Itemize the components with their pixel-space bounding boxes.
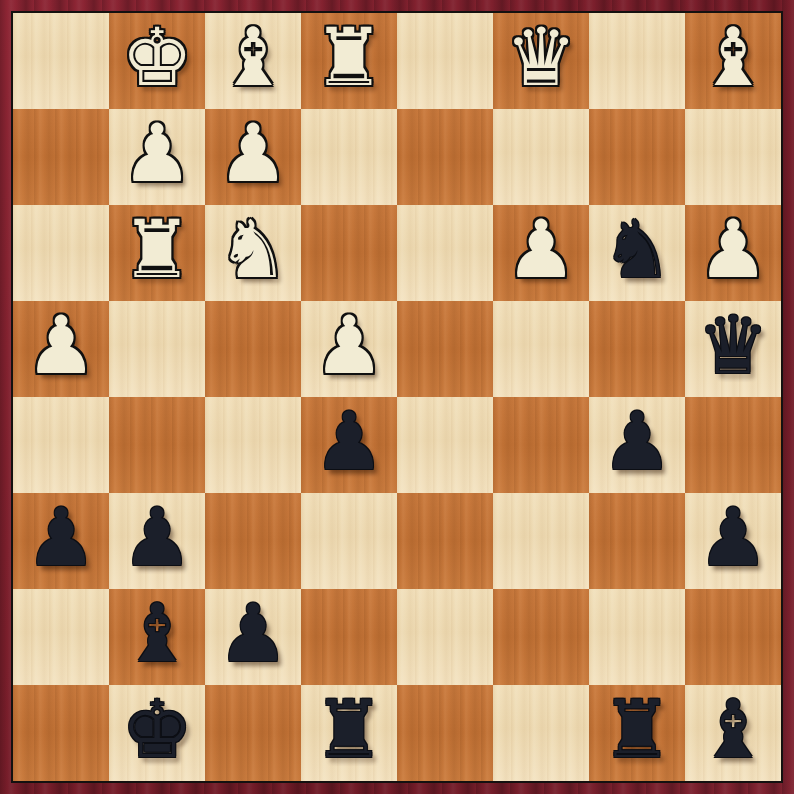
white-bishop: ♝ [217, 18, 289, 98]
white-rook: ♜ [121, 210, 193, 290]
square-d3[interactable] [397, 205, 493, 301]
black-bishop: ♝ [697, 690, 769, 770]
black-pawn: ♟ [25, 498, 97, 578]
white-king: ♚ [121, 18, 193, 98]
square-b2[interactable] [589, 109, 685, 205]
square-d8[interactable] [397, 685, 493, 781]
white-knight: ♞ [217, 210, 289, 290]
square-f3[interactable]: ♞ [205, 205, 301, 301]
square-a5[interactable] [685, 397, 781, 493]
square-d7[interactable] [397, 589, 493, 685]
square-g1[interactable]: ♚ [109, 13, 205, 109]
white-bishop: ♝ [697, 18, 769, 98]
chess-board: ♚♝♜♛♝♟♟♜♞♟♞♟♟♟♛♟♟♟♟♟♝♟♚♜♜♝ [11, 11, 783, 783]
black-rook: ♜ [313, 690, 385, 770]
board-frame: ♚♝♜♛♝♟♟♜♞♟♞♟♟♟♛♟♟♟♟♟♝♟♚♜♜♝ [0, 0, 794, 794]
square-f4[interactable] [205, 301, 301, 397]
square-b3[interactable]: ♞ [589, 205, 685, 301]
white-pawn: ♟ [313, 306, 385, 386]
square-d6[interactable] [397, 493, 493, 589]
black-rook: ♜ [601, 690, 673, 770]
square-f8[interactable] [205, 685, 301, 781]
square-g4[interactable] [109, 301, 205, 397]
black-knight: ♞ [601, 210, 673, 290]
square-h6[interactable]: ♟ [13, 493, 109, 589]
square-h8[interactable] [13, 685, 109, 781]
square-e8[interactable]: ♜ [301, 685, 397, 781]
square-e5[interactable]: ♟ [301, 397, 397, 493]
square-g3[interactable]: ♜ [109, 205, 205, 301]
white-pawn: ♟ [25, 306, 97, 386]
white-pawn: ♟ [217, 114, 289, 194]
square-f5[interactable] [205, 397, 301, 493]
square-h3[interactable] [13, 205, 109, 301]
black-pawn: ♟ [313, 402, 385, 482]
square-c8[interactable] [493, 685, 589, 781]
square-h2[interactable] [13, 109, 109, 205]
black-pawn: ♟ [601, 402, 673, 482]
square-g8[interactable]: ♚ [109, 685, 205, 781]
square-d1[interactable] [397, 13, 493, 109]
square-g5[interactable] [109, 397, 205, 493]
square-a2[interactable] [685, 109, 781, 205]
square-e4[interactable]: ♟ [301, 301, 397, 397]
black-bishop: ♝ [121, 594, 193, 674]
black-king: ♚ [121, 690, 193, 770]
square-c4[interactable] [493, 301, 589, 397]
square-a7[interactable] [685, 589, 781, 685]
black-queen: ♛ [697, 306, 769, 386]
square-c7[interactable] [493, 589, 589, 685]
square-f6[interactable] [205, 493, 301, 589]
square-f7[interactable]: ♟ [205, 589, 301, 685]
black-pawn: ♟ [121, 498, 193, 578]
square-h1[interactable] [13, 13, 109, 109]
square-h7[interactable] [13, 589, 109, 685]
square-g2[interactable]: ♟ [109, 109, 205, 205]
white-rook: ♜ [313, 18, 385, 98]
black-pawn: ♟ [697, 498, 769, 578]
square-c5[interactable] [493, 397, 589, 493]
square-b6[interactable] [589, 493, 685, 589]
white-pawn: ♟ [505, 210, 577, 290]
square-e6[interactable] [301, 493, 397, 589]
square-b4[interactable] [589, 301, 685, 397]
square-f2[interactable]: ♟ [205, 109, 301, 205]
square-e2[interactable] [301, 109, 397, 205]
square-c2[interactable] [493, 109, 589, 205]
square-b8[interactable]: ♜ [589, 685, 685, 781]
square-c1[interactable]: ♛ [493, 13, 589, 109]
square-d5[interactable] [397, 397, 493, 493]
square-c6[interactable] [493, 493, 589, 589]
square-h5[interactable] [13, 397, 109, 493]
square-e3[interactable] [301, 205, 397, 301]
square-e7[interactable] [301, 589, 397, 685]
square-b5[interactable]: ♟ [589, 397, 685, 493]
square-f1[interactable]: ♝ [205, 13, 301, 109]
square-h4[interactable]: ♟ [13, 301, 109, 397]
black-pawn: ♟ [217, 594, 289, 674]
square-g6[interactable]: ♟ [109, 493, 205, 589]
white-queen: ♛ [505, 18, 577, 98]
square-a4[interactable]: ♛ [685, 301, 781, 397]
square-e1[interactable]: ♜ [301, 13, 397, 109]
square-a6[interactable]: ♟ [685, 493, 781, 589]
square-c3[interactable]: ♟ [493, 205, 589, 301]
square-a1[interactable]: ♝ [685, 13, 781, 109]
square-g7[interactable]: ♝ [109, 589, 205, 685]
square-a3[interactable]: ♟ [685, 205, 781, 301]
square-b1[interactable] [589, 13, 685, 109]
white-pawn: ♟ [697, 210, 769, 290]
square-b7[interactable] [589, 589, 685, 685]
square-d4[interactable] [397, 301, 493, 397]
square-a8[interactable]: ♝ [685, 685, 781, 781]
square-d2[interactable] [397, 109, 493, 205]
white-pawn: ♟ [121, 114, 193, 194]
